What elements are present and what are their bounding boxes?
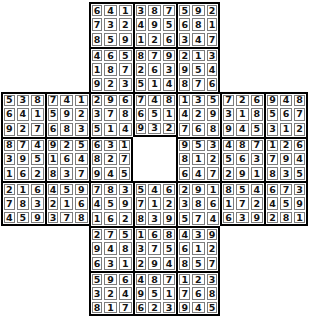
sudoku-cell[interactable]: 4 [293, 152, 308, 167]
sudoku-cell[interactable]: 2 [133, 62, 148, 77]
sudoku-cell[interactable]: 2 [176, 47, 191, 62]
sudoku-cell[interactable]: 3 [176, 32, 191, 47]
sudoku-cell[interactable]: 5 [176, 2, 191, 17]
sudoku-cell[interactable]: 9 [176, 62, 191, 77]
sudoku-cell[interactable]: 3 [293, 181, 308, 196]
sudoku-cell[interactable]: 5 [264, 107, 279, 122]
sudoku-cell[interactable]: 4 [264, 196, 279, 211]
sudoku-cell[interactable]: 8 [250, 107, 265, 122]
sudoku-cell[interactable]: 1 [220, 196, 235, 211]
sudoku-cell[interactable]: 4 [147, 92, 162, 107]
sudoku-cell[interactable]: 2 [235, 92, 250, 107]
sudoku-cell[interactable]: 8 [206, 122, 221, 137]
sudoku-cell[interactable]: 8 [89, 32, 104, 47]
sudoku-cell[interactable]: 8 [30, 92, 45, 107]
sudoku-cell[interactable]: 5 [191, 137, 206, 152]
cell-digit: 9 [251, 212, 264, 223]
sudoku-cell[interactable]: 4 [250, 181, 265, 196]
sudoku-cell[interactable]: 1 [89, 211, 104, 226]
sudoku-cell[interactable]: 2 [220, 166, 235, 181]
sudoku-cell[interactable]: 5 [59, 181, 74, 196]
sudoku-cell[interactable]: 5 [133, 77, 148, 92]
sudoku-cell[interactable]: 5 [118, 226, 133, 241]
sudoku-cell[interactable]: 6 [103, 211, 118, 226]
sudoku-cell[interactable]: 6 [162, 32, 177, 47]
sudoku-cell[interactable]: 3 [1, 152, 16, 167]
sudoku-cell[interactable]: 3 [133, 241, 148, 256]
sudoku-cell[interactable]: 3 [16, 92, 31, 107]
sudoku-cell[interactable]: 7 [206, 32, 221, 47]
sudoku-cell[interactable]: 3 [133, 2, 148, 17]
sudoku-cell[interactable]: 1 [147, 196, 162, 211]
sudoku-cell[interactable]: 1 [206, 17, 221, 32]
sudoku-cell[interactable]: 8 [59, 122, 74, 137]
sudoku-cell[interactable]: 4 [162, 77, 177, 92]
sudoku-cell[interactable]: 1 [162, 286, 177, 301]
sudoku-cell[interactable]: 7 [162, 271, 177, 286]
sudoku-cell[interactable]: 3 [89, 286, 104, 301]
sudoku-cell[interactable]: 6 [30, 181, 45, 196]
sudoku-cell[interactable]: 3 [118, 181, 133, 196]
sudoku-cell[interactable]: 6 [264, 181, 279, 196]
sudoku-cell[interactable]: 3 [220, 107, 235, 122]
sudoku-cell[interactable]: 2 [103, 152, 118, 167]
sudoku-cell[interactable]: 2 [147, 32, 162, 47]
sudoku-cell[interactable]: 1 [147, 77, 162, 92]
sudoku-cell[interactable]: 9 [206, 226, 221, 241]
sudoku-cell[interactable]: 8 [1, 137, 16, 152]
sudoku-cell[interactable]: 6 [206, 77, 221, 92]
sudoku-cell[interactable]: 3 [162, 301, 177, 316]
sudoku-cell[interactable]: 4 [45, 181, 60, 196]
sudoku-cell[interactable]: 2 [133, 256, 148, 271]
sudoku-cell[interactable]: 8 [147, 271, 162, 286]
sudoku-cell[interactable]: 6 [147, 226, 162, 241]
sudoku-cell[interactable]: 7 [133, 196, 148, 211]
sudoku-cell[interactable]: 6 [89, 2, 104, 17]
sudoku-cell[interactable]: 1 [191, 47, 206, 62]
sudoku-cell[interactable]: 8 [220, 181, 235, 196]
sudoku-cell[interactable]: 1 [191, 241, 206, 256]
sudoku-cell[interactable]: 6 [89, 256, 104, 271]
void-area [162, 137, 177, 152]
sudoku-cell[interactable]: 7 [147, 241, 162, 256]
void-area [293, 47, 308, 62]
sudoku-cell[interactable]: 9 [147, 256, 162, 271]
sudoku-cell[interactable]: 4 [147, 181, 162, 196]
sudoku-cell[interactable]: 6 [118, 92, 133, 107]
sudoku-cell[interactable]: 3 [235, 211, 250, 226]
sudoku-cell[interactable]: 6 [250, 92, 265, 107]
sudoku-cell[interactable]: 4 [118, 122, 133, 137]
sudoku-cell[interactable]: 7 [30, 122, 45, 137]
sudoku-cell[interactable]: 9 [16, 152, 31, 167]
sudoku-cell[interactable]: 1 [30, 107, 45, 122]
sudoku-cell[interactable]: 8 [74, 211, 89, 226]
sudoku-cell[interactable]: 8 [133, 47, 148, 62]
sudoku-cell[interactable]: 9 [176, 137, 191, 152]
sudoku-cell[interactable]: 9 [103, 271, 118, 286]
sudoku-cell[interactable]: 8 [162, 226, 177, 241]
sudoku-cell[interactable]: 1 [279, 122, 294, 137]
sudoku-cell[interactable]: 2 [264, 211, 279, 226]
sudoku-cell[interactable]: 8 [279, 211, 294, 226]
sudoku-cell[interactable]: 9 [89, 166, 104, 181]
sudoku-cell[interactable]: 5 [235, 181, 250, 196]
sudoku-cell[interactable]: 7 [59, 211, 74, 226]
sudoku-cell[interactable]: 3 [103, 137, 118, 152]
sudoku-cell[interactable]: 7 [118, 301, 133, 316]
sudoku-cell[interactable]: 4 [30, 137, 45, 152]
sudoku-cell[interactable]: 2 [206, 2, 221, 17]
sudoku-cell[interactable]: 1 [191, 152, 206, 167]
sudoku-cell[interactable]: 4 [133, 17, 148, 32]
sudoku-cell[interactable]: 5 [206, 301, 221, 316]
sudoku-cell[interactable]: 1 [103, 122, 118, 137]
sudoku-cell[interactable]: 2 [118, 211, 133, 226]
sudoku-cell[interactable]: 4 [74, 152, 89, 167]
sudoku-cell[interactable]: 1 [176, 92, 191, 107]
cell-digit: 2 [136, 257, 147, 270]
sudoku-cell[interactable]: 3 [30, 196, 45, 211]
sudoku-cell[interactable]: 8 [206, 286, 221, 301]
sudoku-cell[interactable]: 7 [279, 181, 294, 196]
sudoku-cell[interactable]: 2 [16, 122, 31, 137]
sudoku-cell[interactable]: 8 [45, 166, 60, 181]
sudoku-cell[interactable]: 8 [176, 256, 191, 271]
sudoku-cell[interactable]: 6 [235, 152, 250, 167]
sudoku-cell[interactable]: 6 [118, 271, 133, 286]
sudoku-cell[interactable]: 2 [191, 107, 206, 122]
sudoku-cell[interactable]: 5 [74, 137, 89, 152]
sudoku-cell[interactable]: 6 [133, 107, 148, 122]
sudoku-cell[interactable]: 5 [103, 196, 118, 211]
sudoku-cell[interactable]: 2 [176, 181, 191, 196]
sudoku-cell[interactable]: 7 [162, 2, 177, 17]
sudoku-cell[interactable]: 6 [147, 62, 162, 77]
sudoku-cell[interactable]: 9 [250, 211, 265, 226]
sudoku-cell[interactable]: 7 [89, 17, 104, 32]
sudoku-cell[interactable]: 2 [206, 152, 221, 167]
sudoku-cell[interactable]: 7 [118, 152, 133, 167]
sudoku-cell[interactable]: 1 [118, 2, 133, 17]
sudoku-cell[interactable]: 4 [235, 122, 250, 137]
sudoku-cell[interactable]: 5 [89, 122, 104, 137]
sudoku-cell[interactable]: 6 [45, 122, 60, 137]
sudoku-cell[interactable]: 3 [191, 92, 206, 107]
sudoku-cell[interactable]: 5 [293, 166, 308, 181]
sudoku-cell[interactable]: 4 [118, 286, 133, 301]
sudoku-cell[interactable]: 9 [1, 122, 16, 137]
sudoku-cell[interactable]: 5 [133, 181, 148, 196]
sudoku-cell[interactable]: 2 [162, 122, 177, 137]
sudoku-cell[interactable]: 1 [206, 181, 221, 196]
sudoku-cell[interactable]: 3 [191, 226, 206, 241]
sudoku-cell[interactable]: 9 [235, 166, 250, 181]
sudoku-cell[interactable]: 5 [1, 92, 16, 107]
sudoku-cell[interactable]: 6 [16, 166, 31, 181]
sudoku-cell[interactable]: 5 [250, 122, 265, 137]
sudoku-cell[interactable]: 3 [176, 196, 191, 211]
sudoku-cell[interactable]: 3 [74, 122, 89, 137]
sudoku-cell[interactable]: 3 [250, 152, 265, 167]
sudoku-cell[interactable]: 9 [74, 181, 89, 196]
sudoku-cell[interactable]: 3 [59, 166, 74, 181]
sudoku-cell[interactable]: 4 [206, 211, 221, 226]
sudoku-cell[interactable]: 9 [176, 301, 191, 316]
sudoku-cell[interactable]: 1 [59, 196, 74, 211]
sudoku-cell[interactable]: 5 [118, 166, 133, 181]
sudoku-cell[interactable]: 7 [16, 137, 31, 152]
sudoku-cell[interactable]: 5 [89, 271, 104, 286]
cell-digit: 8 [280, 212, 293, 223]
sudoku-cell[interactable]: 7 [89, 181, 104, 196]
sudoku-cell[interactable]: 1 [118, 137, 133, 152]
sudoku-cell[interactable]: 1 [235, 107, 250, 122]
sudoku-cell[interactable]: 6 [89, 137, 104, 152]
sudoku-cell[interactable]: 9 [147, 17, 162, 32]
sudoku-cell[interactable]: 7 [220, 92, 235, 107]
sudoku-cell[interactable]: 1 [103, 301, 118, 316]
sudoku-cell[interactable]: 1 [264, 137, 279, 152]
sudoku-cell[interactable]: 1 [89, 62, 104, 77]
sudoku-cell[interactable]: 6 [191, 286, 206, 301]
sudoku-cell[interactable]: 9 [89, 77, 104, 92]
sudoku-cell[interactable]: 7 [191, 77, 206, 92]
sudoku-cell[interactable]: 2 [103, 286, 118, 301]
sudoku-cell[interactable]: 5 [206, 92, 221, 107]
sudoku-cell[interactable]: 3 [206, 47, 221, 62]
sudoku-cell[interactable]: 9 [279, 152, 294, 167]
sudoku-cell[interactable]: 8 [118, 241, 133, 256]
sudoku-cell[interactable]: 4 [103, 241, 118, 256]
sudoku-cell[interactable]: 9 [59, 107, 74, 122]
sudoku-cell[interactable]: 6 [133, 301, 148, 316]
sudoku-cell[interactable]: 6 [206, 196, 221, 211]
sudoku-cell[interactable]: 6 [1, 107, 16, 122]
sudoku-cell[interactable]: 9 [118, 196, 133, 211]
cell-digit: 7 [163, 274, 176, 285]
sudoku-cell[interactable]: 8 [235, 137, 250, 152]
sudoku-cell[interactable]: 7 [103, 226, 118, 241]
sudoku-cell[interactable]: 5 [176, 211, 191, 226]
sudoku-cell[interactable]: 3 [147, 122, 162, 137]
sudoku-cell[interactable]: 5 [118, 47, 133, 62]
sudoku-cell[interactable]: 6 [279, 107, 294, 122]
void-area [220, 286, 235, 301]
sudoku-cell[interactable]: 4 [103, 2, 118, 17]
sudoku-cell[interactable]: 7 [264, 152, 279, 167]
sudoku-cell[interactable]: 5 [30, 152, 45, 167]
sudoku-cell[interactable]: 9 [162, 47, 177, 62]
sudoku-cell[interactable]: 2 [89, 226, 104, 241]
sudoku-cell[interactable]: 6 [191, 122, 206, 137]
sudoku-cell[interactable]: 9 [103, 92, 118, 107]
sudoku-cell[interactable]: 8 [16, 196, 31, 211]
sudoku-cell[interactable]: 8 [176, 152, 191, 167]
sudoku-cell[interactable]: 9 [220, 122, 235, 137]
sudoku-cell[interactable]: 4 [206, 62, 221, 77]
sudoku-cell[interactable]: 1 [293, 211, 308, 226]
sudoku-cell[interactable]: 9 [89, 241, 104, 256]
sudoku-cell[interactable]: 1 [45, 152, 60, 167]
sudoku-cell[interactable]: 5 [162, 17, 177, 32]
sudoku-cell[interactable]: 6 [162, 181, 177, 196]
sudoku-cell[interactable]: 2 [191, 271, 206, 286]
sudoku-cell[interactable]: 7 [235, 196, 250, 211]
sudoku-cell[interactable]: 2 [147, 301, 162, 316]
sudoku-cell[interactable]: 1 [118, 256, 133, 271]
sudoku-cell[interactable]: 2 [118, 17, 133, 32]
sudoku-cell[interactable]: 4 [59, 92, 74, 107]
sudoku-cell[interactable]: 4 [1, 211, 16, 226]
sudoku-cell[interactable]: 4 [176, 226, 191, 241]
sudoku-cell[interactable]: 3 [206, 137, 221, 152]
sudoku-cell[interactable]: 7 [103, 107, 118, 122]
sudoku-cell[interactable]: 9 [118, 32, 133, 47]
sudoku-cell[interactable]: 7 [45, 92, 60, 107]
sudoku-cell[interactable]: 9 [45, 137, 60, 152]
sudoku-cell[interactable]: 5 [279, 196, 294, 211]
sudoku-cell[interactable]: 9 [133, 122, 148, 137]
sudoku-cell[interactable]: 6 [103, 47, 118, 62]
sudoku-cell[interactable]: 7 [176, 122, 191, 137]
sudoku-cell[interactable]: 4 [16, 107, 31, 122]
sudoku-cell[interactable]: 8 [191, 196, 206, 211]
sudoku-cell[interactable]: 2 [59, 137, 74, 152]
sudoku-cell[interactable]: 7 [206, 166, 221, 181]
sudoku-cell[interactable]: 3 [279, 166, 294, 181]
sudoku-cell[interactable]: 1 [176, 271, 191, 286]
sudoku-cell[interactable]: 6 [176, 241, 191, 256]
sudoku-cell[interactable]: 7 [191, 211, 206, 226]
sudoku-cell[interactable]: 7 [133, 92, 148, 107]
sudoku-cell[interactable]: 1 [16, 181, 31, 196]
sudoku-cell[interactable]: 5 [191, 62, 206, 77]
cell-digit: 7 [207, 167, 220, 180]
sudoku-cell[interactable]: 3 [89, 107, 104, 122]
sudoku-cell[interactable]: 2 [162, 196, 177, 211]
sudoku-cell[interactable]: 5 [45, 107, 60, 122]
sudoku-cell[interactable]: 2 [30, 166, 45, 181]
sudoku-cell[interactable]: 3 [162, 62, 177, 77]
sudoku-cell[interactable]: 8 [264, 166, 279, 181]
sudoku-cell[interactable]: 3 [118, 77, 133, 92]
sudoku-cell[interactable]: 2 [206, 241, 221, 256]
sudoku-cell[interactable]: 5 [220, 152, 235, 167]
sudoku-cell[interactable]: 8 [118, 107, 133, 122]
sudoku-cell[interactable]: 8 [191, 17, 206, 32]
sudoku-cell[interactable]: 1 [250, 166, 265, 181]
sudoku-cell[interactable]: 5 [147, 107, 162, 122]
cell-digit: 2 [236, 95, 249, 106]
sudoku-cell[interactable]: 7 [206, 256, 221, 271]
sudoku-cell[interactable]: 4 [89, 47, 104, 62]
sudoku-cell[interactable]: 2 [293, 122, 308, 137]
sudoku-cell[interactable]: 7 [176, 286, 191, 301]
sudoku-cell[interactable]: 9 [264, 92, 279, 107]
sudoku-cell[interactable]: 1 [1, 166, 16, 181]
sudoku-cell[interactable]: 6 [220, 211, 235, 226]
sudoku-cell[interactable]: 3 [103, 17, 118, 32]
cell-digit: 6 [104, 212, 117, 225]
sudoku-cell[interactable]: 4 [191, 166, 206, 181]
sudoku-cell[interactable]: 6 [293, 137, 308, 152]
sudoku-cell[interactable]: 4 [191, 32, 206, 47]
sudoku-cell[interactable]: 5 [162, 241, 177, 256]
sudoku-cell[interactable]: 9 [293, 196, 308, 211]
sudoku-cell[interactable]: 1 [74, 92, 89, 107]
sudoku-cell[interactable]: 4 [176, 107, 191, 122]
sudoku-cell[interactable]: 5 [191, 256, 206, 271]
sudoku-cell[interactable]: 3 [45, 211, 60, 226]
sudoku-cell[interactable]: 1 [133, 32, 148, 47]
void-area [59, 271, 74, 286]
sudoku-cell[interactable]: 8 [103, 62, 118, 77]
sudoku-cell[interactable]: 3 [147, 211, 162, 226]
sudoku-cell[interactable]: 9 [191, 2, 206, 17]
sudoku-cell[interactable]: 4 [162, 256, 177, 271]
sudoku-cell[interactable]: 2 [89, 92, 104, 107]
sudoku-cell[interactable]: 7 [118, 62, 133, 77]
sudoku-cell[interactable]: 8 [133, 211, 148, 226]
sudoku-cell[interactable]: 6 [59, 152, 74, 167]
sudoku-cell[interactable]: 7 [74, 166, 89, 181]
sudoku-cell[interactable]: 8 [89, 152, 104, 167]
sudoku-cell[interactable]: 7 [147, 47, 162, 62]
sudoku-cell[interactable]: 9 [191, 181, 206, 196]
sudoku-cell[interactable]: 4 [279, 92, 294, 107]
sudoku-cell[interactable]: 6 [74, 196, 89, 211]
sudoku-cell[interactable]: 3 [103, 256, 118, 271]
sudoku-cell[interactable]: 9 [206, 107, 221, 122]
sudoku-cell[interactable]: 5 [16, 211, 31, 226]
sudoku-cell[interactable]: 2 [279, 137, 294, 152]
sudoku-cell[interactable]: 3 [206, 271, 221, 286]
sudoku-cell[interactable]: 1 [162, 107, 177, 122]
sudoku-cell[interactable]: 8 [293, 92, 308, 107]
sudoku-cell[interactable]: 9 [162, 211, 177, 226]
sudoku-cell[interactable]: 2 [250, 196, 265, 211]
sudoku-cell[interactable]: 4 [89, 196, 104, 211]
sudoku-cell[interactable]: 4 [191, 301, 206, 316]
sudoku-cell[interactable]: 8 [89, 301, 104, 316]
sudoku-cell[interactable]: 7 [250, 137, 265, 152]
sudoku-cell[interactable]: 7 [1, 196, 16, 211]
sudoku-cell[interactable]: 3 [264, 122, 279, 137]
sudoku-cell[interactable]: 2 [103, 77, 118, 92]
sudoku-cell[interactable]: 2 [74, 107, 89, 122]
sudoku-cell[interactable]: 5 [147, 286, 162, 301]
sudoku-cell[interactable]: 2 [1, 181, 16, 196]
sudoku-cell[interactable]: 9 [133, 286, 148, 301]
sudoku-cell[interactable]: 4 [133, 271, 148, 286]
sudoku-cell[interactable]: 7 [293, 107, 308, 122]
sudoku-cell[interactable]: 4 [103, 166, 118, 181]
sudoku-cell[interactable]: 8 [103, 181, 118, 196]
sudoku-cell[interactable]: 6 [176, 166, 191, 181]
sudoku-cell[interactable]: 8 [147, 2, 162, 17]
sudoku-cell[interactable]: 8 [176, 77, 191, 92]
sudoku-cell[interactable]: 9 [30, 211, 45, 226]
cell-digit: 7 [104, 108, 117, 121]
sudoku-cell[interactable]: 5 [103, 32, 118, 47]
sudoku-cell[interactable]: 4 [220, 137, 235, 152]
sudoku-cell[interactable]: 1 [133, 226, 148, 241]
sudoku-cell[interactable]: 8 [162, 92, 177, 107]
sudoku-cell[interactable]: 2 [45, 196, 60, 211]
sudoku-cell[interactable]: 6 [176, 17, 191, 32]
